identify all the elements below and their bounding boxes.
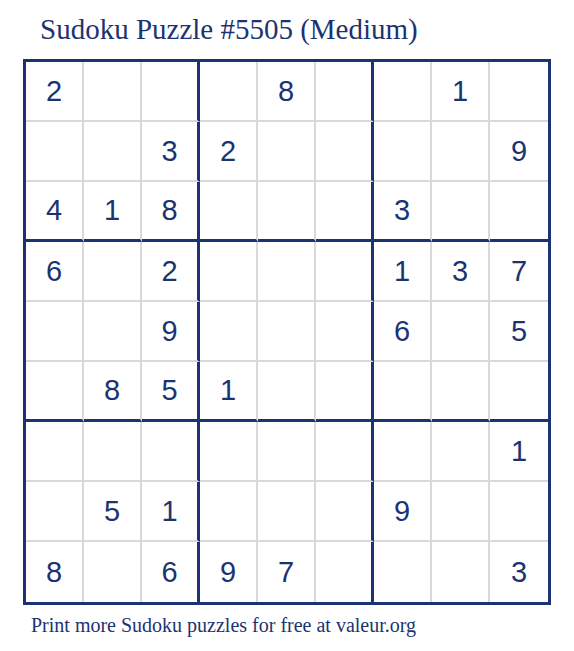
cell-r9c7 xyxy=(374,542,432,602)
cell-r2c5 xyxy=(258,122,316,182)
cell-r8c5 xyxy=(258,482,316,542)
cell-r6c9 xyxy=(490,362,548,422)
cell-r4c1: 6 xyxy=(26,242,84,302)
cell-r1c4 xyxy=(200,62,258,122)
cell-r2c6 xyxy=(316,122,374,182)
cell-r5c5 xyxy=(258,302,316,362)
cell-r5c6 xyxy=(316,302,374,362)
cell-r1c7 xyxy=(374,62,432,122)
cell-r2c4: 2 xyxy=(200,122,258,182)
cell-r9c4: 9 xyxy=(200,542,258,602)
cell-r6c7 xyxy=(374,362,432,422)
cell-r9c2 xyxy=(84,542,142,602)
cell-r8c3: 1 xyxy=(142,482,200,542)
cell-r2c9: 9 xyxy=(490,122,548,182)
puzzle-title: Sudoku Puzzle #5505 (Medium) xyxy=(40,12,418,47)
cell-r1c2 xyxy=(84,62,142,122)
cell-r3c1: 4 xyxy=(26,182,84,242)
cell-r2c3: 3 xyxy=(142,122,200,182)
cell-r4c8: 3 xyxy=(432,242,490,302)
cell-r5c1 xyxy=(26,302,84,362)
cell-r7c5 xyxy=(258,422,316,482)
sudoku-board: 281329418362137965851151986973 xyxy=(23,59,551,605)
cell-r9c3: 6 xyxy=(142,542,200,602)
cell-r2c7 xyxy=(374,122,432,182)
footer-text: Print more Sudoku puzzles for free at va… xyxy=(31,614,416,637)
cell-r8c4 xyxy=(200,482,258,542)
cell-r6c1 xyxy=(26,362,84,422)
cell-r8c8 xyxy=(432,482,490,542)
cell-r3c6 xyxy=(316,182,374,242)
cell-r6c5 xyxy=(258,362,316,422)
cell-r3c2: 1 xyxy=(84,182,142,242)
cell-r7c6 xyxy=(316,422,374,482)
cell-r5c7: 6 xyxy=(374,302,432,362)
cell-r3c3: 8 xyxy=(142,182,200,242)
cell-r4c4 xyxy=(200,242,258,302)
cell-r8c6 xyxy=(316,482,374,542)
cell-r5c3: 9 xyxy=(142,302,200,362)
page: Sudoku Puzzle #5505 (Medium) 28132941836… xyxy=(0,0,574,651)
cell-r5c4 xyxy=(200,302,258,362)
cell-r7c9: 1 xyxy=(490,422,548,482)
cell-r4c9: 7 xyxy=(490,242,548,302)
cell-r9c1: 8 xyxy=(26,542,84,602)
cell-r6c8 xyxy=(432,362,490,422)
cell-r2c8 xyxy=(432,122,490,182)
cell-r3c9 xyxy=(490,182,548,242)
cell-r8c9 xyxy=(490,482,548,542)
cell-r7c8 xyxy=(432,422,490,482)
cell-r8c1 xyxy=(26,482,84,542)
cell-r3c5 xyxy=(258,182,316,242)
cell-r2c1 xyxy=(26,122,84,182)
cell-r7c3 xyxy=(142,422,200,482)
cell-r4c3: 2 xyxy=(142,242,200,302)
cell-r6c6 xyxy=(316,362,374,422)
cell-r8c2: 5 xyxy=(84,482,142,542)
cell-r1c8: 1 xyxy=(432,62,490,122)
cell-r1c6 xyxy=(316,62,374,122)
cell-r7c4 xyxy=(200,422,258,482)
cell-r7c1 xyxy=(26,422,84,482)
cell-r5c2 xyxy=(84,302,142,362)
cell-r6c3: 5 xyxy=(142,362,200,422)
cell-r5c9: 5 xyxy=(490,302,548,362)
cell-r1c9 xyxy=(490,62,548,122)
cell-r4c5 xyxy=(258,242,316,302)
cell-r8c7: 9 xyxy=(374,482,432,542)
cell-r5c8 xyxy=(432,302,490,362)
cell-r4c6 xyxy=(316,242,374,302)
cell-r3c4 xyxy=(200,182,258,242)
cell-r9c8 xyxy=(432,542,490,602)
cell-r3c7: 3 xyxy=(374,182,432,242)
cell-r6c4: 1 xyxy=(200,362,258,422)
cell-r9c5: 7 xyxy=(258,542,316,602)
cell-r9c9: 3 xyxy=(490,542,548,602)
cell-r7c7 xyxy=(374,422,432,482)
cell-r1c5: 8 xyxy=(258,62,316,122)
cell-r2c2 xyxy=(84,122,142,182)
cell-r4c2 xyxy=(84,242,142,302)
cell-r3c8 xyxy=(432,182,490,242)
cell-r9c6 xyxy=(316,542,374,602)
cell-r1c3 xyxy=(142,62,200,122)
cell-r7c2 xyxy=(84,422,142,482)
cell-r1c1: 2 xyxy=(26,62,84,122)
cell-r4c7: 1 xyxy=(374,242,432,302)
cell-r6c2: 8 xyxy=(84,362,142,422)
